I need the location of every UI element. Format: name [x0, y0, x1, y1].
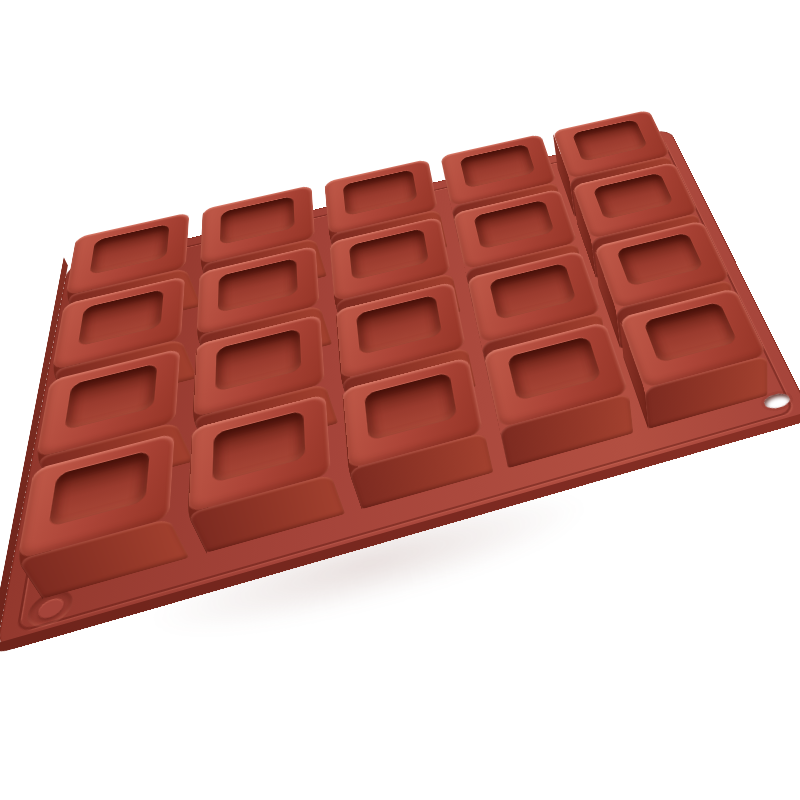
block-recessed-well: [64, 363, 158, 430]
block-recessed-well: [218, 258, 298, 313]
block-recessed-well: [48, 450, 151, 528]
block-recessed-well: [473, 200, 554, 250]
cavity-block-r4c4: [492, 361, 634, 468]
block-recessed-well: [643, 301, 739, 363]
block-recessed-well: [343, 170, 418, 216]
block-recessed-well: [489, 263, 576, 320]
block-recessed-well: [572, 119, 649, 161]
block-recessed-well: [220, 196, 295, 245]
block-recessed-well: [592, 172, 674, 220]
block-recessed-well: [213, 410, 306, 483]
perspective-scene: [0, 0, 800, 800]
block-recessed-well: [216, 328, 302, 391]
block-recessed-well: [460, 144, 536, 188]
block-recessed-well: [356, 295, 442, 355]
cavity-block-r4c2: [206, 433, 345, 553]
cavity-block-r4c5: [624, 327, 768, 429]
cavity-block-r4c3: [354, 396, 493, 509]
block-recessed-well: [349, 228, 429, 281]
silicone-mold: [0, 129, 800, 654]
block-recessed-well: [89, 224, 170, 275]
block-recessed-well: [364, 372, 457, 441]
block-recessed-well: [77, 289, 164, 347]
photo-background: [0, 0, 800, 800]
block-recessed-well: [507, 336, 602, 402]
cavity-block-r4c1: [43, 472, 193, 599]
block-recessed-well: [616, 232, 704, 286]
